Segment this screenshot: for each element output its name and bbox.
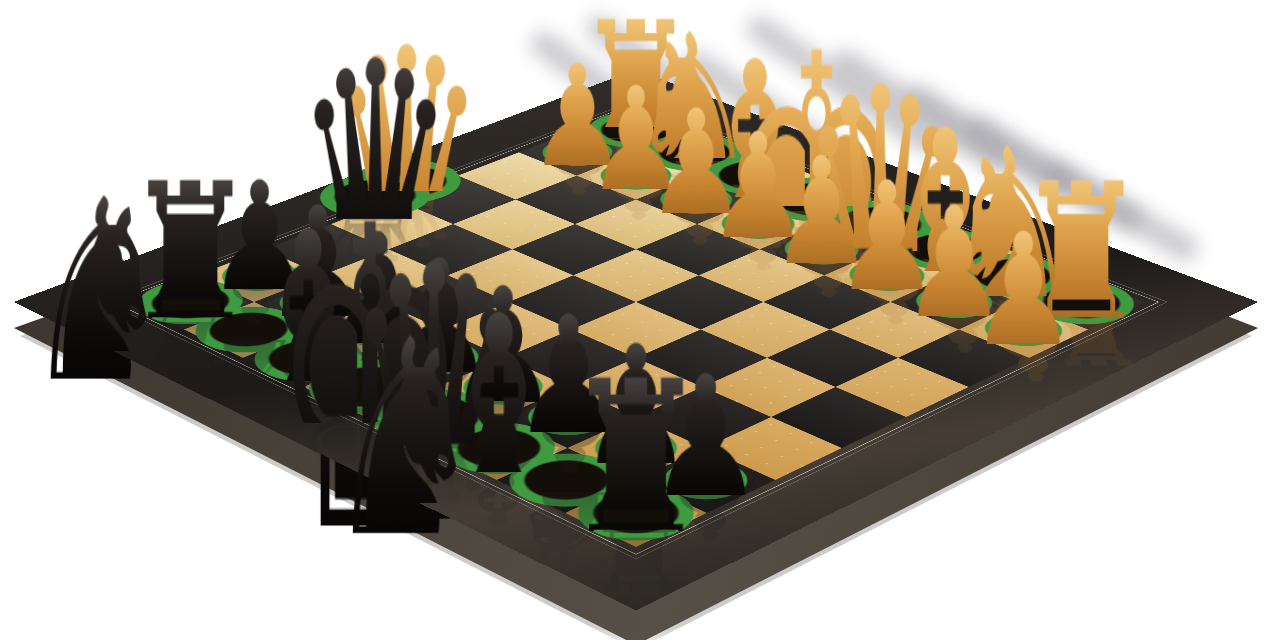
piece-black-knight-g8[interactable]: ♞ (23, 167, 173, 418)
chess-set-product-photo: ♜♜♟♟♞♞♟♟♝♝♛♛♛♛♟♟♚♚♟♟♛♛♟♟♝♝♟♟♟♟♞♞♜♜♟♟♟♟♜♜… (0, 0, 1280, 640)
square-a5[interactable] (771, 387, 906, 448)
square-b4[interactable] (767, 329, 898, 386)
scene: ♜♜♟♟♞♞♟♟♝♝♛♛♛♛♟♟♚♚♟♟♛♛♟♟♝♝♟♟♟♟♞♞♜♜♟♟♟♟♜♜… (0, 0, 1280, 640)
chessboard: ♜♜♟♟♞♞♟♟♝♝♛♛♛♛♟♟♚♚♟♟♛♛♟♟♝♝♟♟♟♟♞♞♜♜♟♟♟♟♜♜… (14, 70, 1259, 611)
square-a4[interactable] (836, 358, 969, 417)
piece-black-knight-b8[interactable]: ♞ (323, 305, 485, 576)
